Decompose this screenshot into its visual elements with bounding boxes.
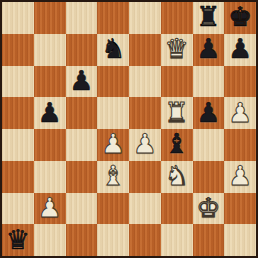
piece-white-pawn[interactable]: ♟ [228,99,252,126]
square-a8[interactable] [2,2,34,34]
square-f8[interactable] [161,2,193,34]
square-h2[interactable] [224,193,256,225]
piece-white-bishop[interactable]: ♝ [101,162,125,189]
square-f4[interactable]: ♝ [161,129,193,161]
piece-white-queen[interactable]: ♛ [165,35,189,62]
square-a5[interactable] [2,97,34,129]
square-b1[interactable] [34,224,66,256]
piece-white-pawn[interactable]: ♟ [38,194,62,221]
square-c2[interactable] [66,193,98,225]
square-d3[interactable]: ♝ [97,161,129,193]
square-c8[interactable] [66,2,98,34]
piece-black-queen[interactable]: ♛ [6,226,30,253]
square-e3[interactable] [129,161,161,193]
square-d5[interactable] [97,97,129,129]
square-c6[interactable]: ♟ [66,66,98,98]
square-f7[interactable]: ♛ [161,34,193,66]
square-a4[interactable] [2,129,34,161]
piece-white-pawn[interactable]: ♟ [101,130,125,157]
piece-black-pawn[interactable]: ♟ [38,99,62,126]
piece-black-bishop[interactable]: ♝ [165,130,189,157]
square-c1[interactable] [66,224,98,256]
square-a6[interactable] [2,66,34,98]
square-h3[interactable]: ♟ [224,161,256,193]
square-f2[interactable] [161,193,193,225]
square-b8[interactable] [34,2,66,34]
square-d2[interactable] [97,193,129,225]
square-e6[interactable] [129,66,161,98]
piece-black-king[interactable]: ♚ [228,3,252,30]
chess-board-frame: ♜♚♞♛♟♟♟♟♜♟♟♟♟♝♝♞♟♟♚♛ [0,0,258,258]
square-b4[interactable] [34,129,66,161]
square-h5[interactable]: ♟ [224,97,256,129]
square-g8[interactable]: ♜ [193,2,225,34]
square-c7[interactable] [66,34,98,66]
chess-board: ♜♚♞♛♟♟♟♟♜♟♟♟♟♝♝♞♟♟♚♛ [2,2,256,256]
square-b3[interactable] [34,161,66,193]
piece-white-pawn[interactable]: ♟ [228,162,252,189]
square-c4[interactable] [66,129,98,161]
piece-white-pawn[interactable]: ♟ [133,130,157,157]
square-f5[interactable]: ♜ [161,97,193,129]
square-b7[interactable] [34,34,66,66]
square-g6[interactable] [193,66,225,98]
square-f6[interactable] [161,66,193,98]
square-d4[interactable]: ♟ [97,129,129,161]
square-g7[interactable]: ♟ [193,34,225,66]
square-g5[interactable]: ♟ [193,97,225,129]
square-c5[interactable] [66,97,98,129]
square-c3[interactable] [66,161,98,193]
square-e5[interactable] [129,97,161,129]
square-e8[interactable] [129,2,161,34]
square-g3[interactable] [193,161,225,193]
square-g2[interactable]: ♚ [193,193,225,225]
square-b2[interactable]: ♟ [34,193,66,225]
square-e2[interactable] [129,193,161,225]
square-b5[interactable]: ♟ [34,97,66,129]
square-d8[interactable] [97,2,129,34]
piece-black-rook[interactable]: ♜ [196,3,220,30]
piece-white-king[interactable]: ♚ [196,194,220,221]
piece-black-pawn[interactable]: ♟ [196,35,220,62]
square-f3[interactable]: ♞ [161,161,193,193]
piece-black-pawn[interactable]: ♟ [196,99,220,126]
square-g4[interactable] [193,129,225,161]
square-h1[interactable] [224,224,256,256]
square-g1[interactable] [193,224,225,256]
square-b6[interactable] [34,66,66,98]
square-h8[interactable]: ♚ [224,2,256,34]
square-d6[interactable] [97,66,129,98]
square-e1[interactable] [129,224,161,256]
piece-white-knight[interactable]: ♞ [165,162,189,189]
square-a7[interactable] [2,34,34,66]
square-e4[interactable]: ♟ [129,129,161,161]
square-h4[interactable] [224,129,256,161]
square-d1[interactable] [97,224,129,256]
piece-black-pawn[interactable]: ♟ [228,35,252,62]
square-a1[interactable]: ♛ [2,224,34,256]
piece-white-rook[interactable]: ♜ [165,99,189,126]
square-f1[interactable] [161,224,193,256]
piece-black-pawn[interactable]: ♟ [69,67,93,94]
piece-black-knight[interactable]: ♞ [101,35,125,62]
square-e7[interactable] [129,34,161,66]
square-h6[interactable] [224,66,256,98]
square-h7[interactable]: ♟ [224,34,256,66]
square-a3[interactable] [2,161,34,193]
square-d7[interactable]: ♞ [97,34,129,66]
square-a2[interactable] [2,193,34,225]
